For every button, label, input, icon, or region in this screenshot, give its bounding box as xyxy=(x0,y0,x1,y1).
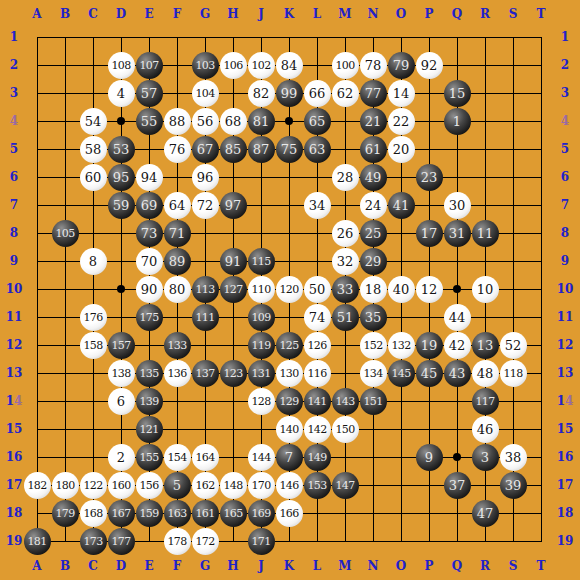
intersection-G5[interactable]: 67 xyxy=(191,135,219,163)
intersection-K13[interactable]: 130 xyxy=(275,359,303,387)
intersection-F18[interactable]: 163 xyxy=(163,499,191,527)
intersection-S14[interactable] xyxy=(499,387,527,415)
intersection-H15[interactable] xyxy=(219,415,247,443)
intersection-G2[interactable]: 103 xyxy=(191,51,219,79)
intersection-H16[interactable] xyxy=(219,443,247,471)
intersection-C13[interactable] xyxy=(79,359,107,387)
intersection-N17[interactable] xyxy=(359,471,387,499)
intersection-R5[interactable] xyxy=(471,135,499,163)
intersection-Q6[interactable] xyxy=(443,163,471,191)
intersection-S16[interactable]: 38 xyxy=(499,443,527,471)
intersection-L18[interactable] xyxy=(303,499,331,527)
intersection-H4[interactable]: 68 xyxy=(219,107,247,135)
intersection-M18[interactable] xyxy=(331,499,359,527)
intersection-G7[interactable]: 72 xyxy=(191,191,219,219)
intersection-K2[interactable]: 84 xyxy=(275,51,303,79)
intersection-F7[interactable]: 64 xyxy=(163,191,191,219)
intersection-B19[interactable] xyxy=(51,527,79,555)
intersection-F11[interactable] xyxy=(163,303,191,331)
intersection-B3[interactable] xyxy=(51,79,79,107)
intersection-K15[interactable]: 140 xyxy=(275,415,303,443)
intersection-E18[interactable]: 159 xyxy=(135,499,163,527)
intersection-N19[interactable] xyxy=(359,527,387,555)
intersection-B10[interactable] xyxy=(51,275,79,303)
intersection-L1[interactable] xyxy=(303,23,331,51)
intersection-Q16[interactable] xyxy=(443,443,471,471)
intersection-P9[interactable] xyxy=(415,247,443,275)
intersection-F2[interactable] xyxy=(163,51,191,79)
intersection-E17[interactable]: 156 xyxy=(135,471,163,499)
intersection-S3[interactable] xyxy=(499,79,527,107)
intersection-N3[interactable]: 77 xyxy=(359,79,387,107)
intersection-N12[interactable]: 152 xyxy=(359,331,387,359)
intersection-C8[interactable] xyxy=(79,219,107,247)
intersection-P4[interactable] xyxy=(415,107,443,135)
intersection-O14[interactable] xyxy=(387,387,415,415)
intersection-J18[interactable]: 169 xyxy=(247,499,275,527)
intersection-L9[interactable] xyxy=(303,247,331,275)
intersection-Q8[interactable]: 31 xyxy=(443,219,471,247)
intersection-N4[interactable]: 21 xyxy=(359,107,387,135)
intersection-F12[interactable]: 133 xyxy=(163,331,191,359)
intersection-E19[interactable] xyxy=(135,527,163,555)
intersection-E2[interactable]: 107 xyxy=(135,51,163,79)
intersection-K5[interactable]: 75 xyxy=(275,135,303,163)
intersection-O3[interactable]: 14 xyxy=(387,79,415,107)
intersection-C6[interactable]: 60 xyxy=(79,163,107,191)
intersection-H14[interactable] xyxy=(219,387,247,415)
intersection-Q2[interactable] xyxy=(443,51,471,79)
intersection-C11[interactable]: 176 xyxy=(79,303,107,331)
intersection-M7[interactable] xyxy=(331,191,359,219)
intersection-F13[interactable]: 136 xyxy=(163,359,191,387)
intersection-J11[interactable]: 109 xyxy=(247,303,275,331)
intersection-D10[interactable] xyxy=(107,275,135,303)
intersection-C3[interactable] xyxy=(79,79,107,107)
intersection-K14[interactable]: 129 xyxy=(275,387,303,415)
intersection-C14[interactable] xyxy=(79,387,107,415)
intersection-G6[interactable]: 96 xyxy=(191,163,219,191)
intersection-H8[interactable] xyxy=(219,219,247,247)
intersection-K19[interactable] xyxy=(275,527,303,555)
intersection-L2[interactable] xyxy=(303,51,331,79)
intersection-D16[interactable]: 2 xyxy=(107,443,135,471)
intersection-L13[interactable]: 116 xyxy=(303,359,331,387)
intersection-S11[interactable] xyxy=(499,303,527,331)
intersection-J10[interactable]: 110 xyxy=(247,275,275,303)
intersection-C9[interactable]: 8 xyxy=(79,247,107,275)
intersection-F19[interactable]: 178 xyxy=(163,527,191,555)
intersection-F3[interactable] xyxy=(163,79,191,107)
intersection-J12[interactable]: 119 xyxy=(247,331,275,359)
intersection-H11[interactable] xyxy=(219,303,247,331)
intersection-K9[interactable] xyxy=(275,247,303,275)
intersection-S7[interactable] xyxy=(499,191,527,219)
intersection-G15[interactable] xyxy=(191,415,219,443)
intersection-M10[interactable]: 33 xyxy=(331,275,359,303)
intersection-F14[interactable] xyxy=(163,387,191,415)
intersection-D11[interactable] xyxy=(107,303,135,331)
intersection-S18[interactable] xyxy=(499,499,527,527)
intersection-K18[interactable]: 166 xyxy=(275,499,303,527)
intersection-C17[interactable]: 122 xyxy=(79,471,107,499)
intersection-J4[interactable]: 81 xyxy=(247,107,275,135)
intersection-Q9[interactable] xyxy=(443,247,471,275)
intersection-Q15[interactable] xyxy=(443,415,471,443)
intersection-P3[interactable] xyxy=(415,79,443,107)
intersection-F15[interactable] xyxy=(163,415,191,443)
intersection-P17[interactable] xyxy=(415,471,443,499)
intersection-G3[interactable]: 104 xyxy=(191,79,219,107)
intersection-P7[interactable] xyxy=(415,191,443,219)
intersection-M12[interactable] xyxy=(331,331,359,359)
intersection-B12[interactable] xyxy=(51,331,79,359)
intersection-R4[interactable] xyxy=(471,107,499,135)
intersection-B8[interactable]: 105 xyxy=(51,219,79,247)
intersection-E10[interactable]: 90 xyxy=(135,275,163,303)
intersection-Q4[interactable]: 1 xyxy=(443,107,471,135)
intersection-K11[interactable] xyxy=(275,303,303,331)
intersection-J2[interactable]: 102 xyxy=(247,51,275,79)
intersection-P14[interactable] xyxy=(415,387,443,415)
intersection-O17[interactable] xyxy=(387,471,415,499)
intersection-J3[interactable]: 82 xyxy=(247,79,275,107)
intersection-F10[interactable]: 80 xyxy=(163,275,191,303)
intersection-J8[interactable] xyxy=(247,219,275,247)
intersection-S19[interactable] xyxy=(499,527,527,555)
intersection-K7[interactable] xyxy=(275,191,303,219)
intersection-M8[interactable]: 26 xyxy=(331,219,359,247)
intersection-R12[interactable]: 13 xyxy=(471,331,499,359)
intersection-N10[interactable]: 18 xyxy=(359,275,387,303)
intersection-K16[interactable]: 7 xyxy=(275,443,303,471)
intersection-N13[interactable]: 134 xyxy=(359,359,387,387)
intersection-O6[interactable] xyxy=(387,163,415,191)
intersection-B5[interactable] xyxy=(51,135,79,163)
intersection-B4[interactable] xyxy=(51,107,79,135)
intersection-M2[interactable]: 100 xyxy=(331,51,359,79)
intersection-O4[interactable]: 22 xyxy=(387,107,415,135)
intersection-O15[interactable] xyxy=(387,415,415,443)
intersection-Q11[interactable]: 44 xyxy=(443,303,471,331)
intersection-M5[interactable] xyxy=(331,135,359,163)
intersection-M19[interactable] xyxy=(331,527,359,555)
intersection-P5[interactable] xyxy=(415,135,443,163)
intersection-E5[interactable] xyxy=(135,135,163,163)
intersection-D5[interactable]: 53 xyxy=(107,135,135,163)
intersection-H17[interactable]: 148 xyxy=(219,471,247,499)
intersection-L19[interactable] xyxy=(303,527,331,555)
intersection-P11[interactable] xyxy=(415,303,443,331)
intersection-O1[interactable] xyxy=(387,23,415,51)
intersection-F4[interactable]: 88 xyxy=(163,107,191,135)
intersection-O13[interactable]: 145 xyxy=(387,359,415,387)
intersection-G16[interactable]: 164 xyxy=(191,443,219,471)
intersection-Q5[interactable] xyxy=(443,135,471,163)
intersection-P1[interactable] xyxy=(415,23,443,51)
intersection-C1[interactable] xyxy=(79,23,107,51)
intersection-J17[interactable]: 170 xyxy=(247,471,275,499)
intersection-M1[interactable] xyxy=(331,23,359,51)
intersection-K8[interactable] xyxy=(275,219,303,247)
intersection-N14[interactable]: 151 xyxy=(359,387,387,415)
intersection-B6[interactable] xyxy=(51,163,79,191)
intersection-B17[interactable]: 180 xyxy=(51,471,79,499)
intersection-H19[interactable] xyxy=(219,527,247,555)
intersection-S12[interactable]: 52 xyxy=(499,331,527,359)
intersection-G19[interactable]: 172 xyxy=(191,527,219,555)
intersection-K4[interactable] xyxy=(275,107,303,135)
intersection-K3[interactable]: 99 xyxy=(275,79,303,107)
intersection-R14[interactable]: 117 xyxy=(471,387,499,415)
intersection-P15[interactable] xyxy=(415,415,443,443)
intersection-F1[interactable] xyxy=(163,23,191,51)
intersection-N5[interactable]: 61 xyxy=(359,135,387,163)
intersection-L15[interactable]: 142 xyxy=(303,415,331,443)
intersection-R15[interactable]: 46 xyxy=(471,415,499,443)
intersection-B18[interactable]: 179 xyxy=(51,499,79,527)
intersection-O10[interactable]: 40 xyxy=(387,275,415,303)
intersection-F9[interactable]: 89 xyxy=(163,247,191,275)
intersection-Q7[interactable]: 30 xyxy=(443,191,471,219)
intersection-L10[interactable]: 50 xyxy=(303,275,331,303)
intersection-E4[interactable]: 55 xyxy=(135,107,163,135)
intersection-A19[interactable]: 181 xyxy=(23,527,51,555)
intersection-J19[interactable]: 171 xyxy=(247,527,275,555)
intersection-L16[interactable]: 149 xyxy=(303,443,331,471)
intersection-L5[interactable]: 63 xyxy=(303,135,331,163)
intersection-E15[interactable]: 121 xyxy=(135,415,163,443)
intersection-O18[interactable] xyxy=(387,499,415,527)
intersection-L4[interactable]: 65 xyxy=(303,107,331,135)
intersection-K10[interactable]: 120 xyxy=(275,275,303,303)
intersection-R1[interactable] xyxy=(471,23,499,51)
intersection-E12[interactable] xyxy=(135,331,163,359)
intersection-J5[interactable]: 87 xyxy=(247,135,275,163)
intersection-N7[interactable]: 24 xyxy=(359,191,387,219)
intersection-S9[interactable] xyxy=(499,247,527,275)
intersection-L8[interactable] xyxy=(303,219,331,247)
intersection-C12[interactable]: 158 xyxy=(79,331,107,359)
intersection-J14[interactable]: 128 xyxy=(247,387,275,415)
intersection-C7[interactable] xyxy=(79,191,107,219)
intersection-D19[interactable]: 177 xyxy=(107,527,135,555)
intersection-B13[interactable] xyxy=(51,359,79,387)
intersection-S1[interactable] xyxy=(499,23,527,51)
intersection-G8[interactable] xyxy=(191,219,219,247)
intersection-E13[interactable]: 135 xyxy=(135,359,163,387)
intersection-H7[interactable]: 97 xyxy=(219,191,247,219)
intersection-R11[interactable] xyxy=(471,303,499,331)
intersection-S17[interactable]: 39 xyxy=(499,471,527,499)
intersection-L7[interactable]: 34 xyxy=(303,191,331,219)
intersection-E9[interactable]: 70 xyxy=(135,247,163,275)
intersection-G12[interactable] xyxy=(191,331,219,359)
intersection-S4[interactable] xyxy=(499,107,527,135)
intersection-C2[interactable] xyxy=(79,51,107,79)
intersection-F17[interactable]: 5 xyxy=(163,471,191,499)
intersection-B2[interactable] xyxy=(51,51,79,79)
intersection-P18[interactable] xyxy=(415,499,443,527)
intersection-P2[interactable]: 92 xyxy=(415,51,443,79)
intersection-M13[interactable] xyxy=(331,359,359,387)
intersection-Q17[interactable]: 37 xyxy=(443,471,471,499)
intersection-L14[interactable]: 141 xyxy=(303,387,331,415)
intersection-N15[interactable] xyxy=(359,415,387,443)
intersection-J15[interactable] xyxy=(247,415,275,443)
intersection-E11[interactable]: 175 xyxy=(135,303,163,331)
intersection-G9[interactable] xyxy=(191,247,219,275)
intersection-D6[interactable]: 95 xyxy=(107,163,135,191)
intersection-R10[interactable]: 10 xyxy=(471,275,499,303)
intersection-H12[interactable] xyxy=(219,331,247,359)
intersection-M16[interactable] xyxy=(331,443,359,471)
intersection-E7[interactable]: 69 xyxy=(135,191,163,219)
intersection-J6[interactable] xyxy=(247,163,275,191)
intersection-S2[interactable] xyxy=(499,51,527,79)
intersection-E16[interactable]: 155 xyxy=(135,443,163,471)
intersection-L17[interactable]: 153 xyxy=(303,471,331,499)
intersection-R16[interactable]: 3 xyxy=(471,443,499,471)
intersection-B15[interactable] xyxy=(51,415,79,443)
intersection-N6[interactable]: 49 xyxy=(359,163,387,191)
intersection-R18[interactable]: 47 xyxy=(471,499,499,527)
intersection-G14[interactable] xyxy=(191,387,219,415)
intersection-Q14[interactable] xyxy=(443,387,471,415)
intersection-S10[interactable] xyxy=(499,275,527,303)
intersection-Q12[interactable]: 42 xyxy=(443,331,471,359)
intersection-P6[interactable]: 23 xyxy=(415,163,443,191)
intersection-G17[interactable]: 162 xyxy=(191,471,219,499)
intersection-J1[interactable] xyxy=(247,23,275,51)
intersection-D4[interactable] xyxy=(107,107,135,135)
intersection-R9[interactable] xyxy=(471,247,499,275)
intersection-B14[interactable] xyxy=(51,387,79,415)
intersection-N11[interactable]: 35 xyxy=(359,303,387,331)
intersection-H2[interactable]: 106 xyxy=(219,51,247,79)
intersection-M9[interactable]: 32 xyxy=(331,247,359,275)
intersection-O11[interactable] xyxy=(387,303,415,331)
intersection-F16[interactable]: 154 xyxy=(163,443,191,471)
intersection-D15[interactable] xyxy=(107,415,135,443)
intersection-F6[interactable] xyxy=(163,163,191,191)
intersection-D2[interactable]: 108 xyxy=(107,51,135,79)
intersection-S6[interactable] xyxy=(499,163,527,191)
intersection-J7[interactable] xyxy=(247,191,275,219)
intersection-B11[interactable] xyxy=(51,303,79,331)
intersection-O9[interactable] xyxy=(387,247,415,275)
intersection-M15[interactable]: 150 xyxy=(331,415,359,443)
intersection-C10[interactable] xyxy=(79,275,107,303)
intersection-R2[interactable] xyxy=(471,51,499,79)
intersection-D14[interactable]: 6 xyxy=(107,387,135,415)
intersection-G10[interactable]: 113 xyxy=(191,275,219,303)
intersection-O2[interactable]: 79 xyxy=(387,51,415,79)
intersection-P19[interactable] xyxy=(415,527,443,555)
intersection-O16[interactable] xyxy=(387,443,415,471)
intersection-B1[interactable] xyxy=(51,23,79,51)
intersection-Q10[interactable] xyxy=(443,275,471,303)
intersection-R7[interactable] xyxy=(471,191,499,219)
intersection-R3[interactable] xyxy=(471,79,499,107)
intersection-C15[interactable] xyxy=(79,415,107,443)
intersection-D3[interactable]: 4 xyxy=(107,79,135,107)
intersection-O19[interactable] xyxy=(387,527,415,555)
intersection-E6[interactable]: 94 xyxy=(135,163,163,191)
intersection-G4[interactable]: 56 xyxy=(191,107,219,135)
intersection-H3[interactable] xyxy=(219,79,247,107)
intersection-O7[interactable]: 41 xyxy=(387,191,415,219)
intersection-D1[interactable] xyxy=(107,23,135,51)
intersection-C18[interactable]: 168 xyxy=(79,499,107,527)
intersection-H10[interactable]: 127 xyxy=(219,275,247,303)
intersection-P10[interactable]: 12 xyxy=(415,275,443,303)
intersection-M14[interactable]: 143 xyxy=(331,387,359,415)
intersection-G18[interactable]: 161 xyxy=(191,499,219,527)
intersection-E1[interactable] xyxy=(135,23,163,51)
intersection-J16[interactable]: 144 xyxy=(247,443,275,471)
intersection-H18[interactable]: 165 xyxy=(219,499,247,527)
intersection-K6[interactable] xyxy=(275,163,303,191)
intersection-M11[interactable]: 51 xyxy=(331,303,359,331)
intersection-D18[interactable]: 167 xyxy=(107,499,135,527)
intersection-G13[interactable]: 137 xyxy=(191,359,219,387)
intersection-Q18[interactable] xyxy=(443,499,471,527)
intersection-N16[interactable] xyxy=(359,443,387,471)
intersection-D12[interactable]: 157 xyxy=(107,331,135,359)
intersection-J13[interactable]: 131 xyxy=(247,359,275,387)
intersection-G11[interactable]: 111 xyxy=(191,303,219,331)
intersection-K17[interactable]: 146 xyxy=(275,471,303,499)
intersection-P8[interactable]: 17 xyxy=(415,219,443,247)
intersection-O5[interactable]: 20 xyxy=(387,135,415,163)
intersection-A17[interactable]: 182 xyxy=(23,471,51,499)
intersection-R19[interactable] xyxy=(471,527,499,555)
intersection-Q13[interactable]: 43 xyxy=(443,359,471,387)
intersection-C16[interactable] xyxy=(79,443,107,471)
intersection-P16[interactable]: 9 xyxy=(415,443,443,471)
intersection-E14[interactable]: 139 xyxy=(135,387,163,415)
intersection-E8[interactable]: 73 xyxy=(135,219,163,247)
intersection-D13[interactable]: 138 xyxy=(107,359,135,387)
intersection-R6[interactable] xyxy=(471,163,499,191)
intersection-H6[interactable] xyxy=(219,163,247,191)
intersection-Q1[interactable] xyxy=(443,23,471,51)
intersection-O8[interactable] xyxy=(387,219,415,247)
intersection-M17[interactable]: 147 xyxy=(331,471,359,499)
intersection-S5[interactable] xyxy=(499,135,527,163)
intersection-D9[interactable] xyxy=(107,247,135,275)
intersection-P12[interactable]: 19 xyxy=(415,331,443,359)
intersection-C4[interactable]: 54 xyxy=(79,107,107,135)
intersection-R13[interactable]: 48 xyxy=(471,359,499,387)
intersection-H5[interactable]: 85 xyxy=(219,135,247,163)
intersection-F5[interactable]: 76 xyxy=(163,135,191,163)
intersection-M6[interactable]: 28 xyxy=(331,163,359,191)
intersection-D8[interactable] xyxy=(107,219,135,247)
intersection-N18[interactable] xyxy=(359,499,387,527)
intersection-H9[interactable]: 91 xyxy=(219,247,247,275)
intersection-O12[interactable]: 132 xyxy=(387,331,415,359)
intersection-S8[interactable] xyxy=(499,219,527,247)
intersection-Q19[interactable] xyxy=(443,527,471,555)
intersection-L6[interactable] xyxy=(303,163,331,191)
intersection-L12[interactable]: 126 xyxy=(303,331,331,359)
intersection-H1[interactable] xyxy=(219,23,247,51)
intersection-C19[interactable]: 173 xyxy=(79,527,107,555)
intersection-N1[interactable] xyxy=(359,23,387,51)
intersection-S15[interactable] xyxy=(499,415,527,443)
